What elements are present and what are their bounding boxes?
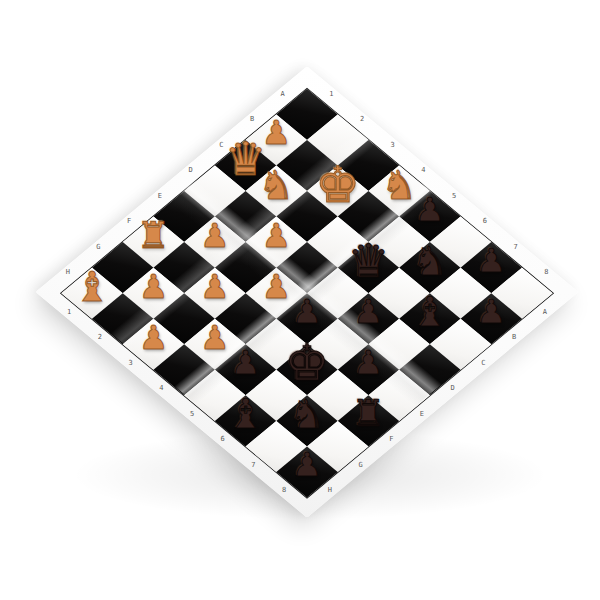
label-rank-8-sw: 8 [278,485,290,495]
black-king-f6[interactable]: ♚ [286,341,329,384]
label-file-a-nw: A [277,88,289,98]
black-pawn-a5[interactable]: ♟ [408,188,451,231]
square-b3[interactable]: ♚ [307,165,368,216]
black-pawn-e7[interactable]: ♟ [347,341,390,384]
label-file-a-se: A [539,306,551,316]
white-pawn-f3[interactable]: ♟ [193,265,236,308]
black-knight-b6[interactable]: ♞ [408,239,451,282]
black-pawn-b8[interactable]: ♟ [470,290,513,333]
white-pawn-h3[interactable]: ♟ [132,316,175,359]
white-king-b3[interactable]: ♚ [316,163,359,206]
label-file-c-se: C [478,357,490,367]
white-pawn-e2[interactable]: ♟ [193,214,236,257]
white-knight-c2[interactable]: ♞ [255,163,298,206]
label-file-f-se: F [386,434,398,444]
black-pawn-d6[interactable]: ♟ [347,290,390,333]
black-bishop-h6[interactable]: ♝ [224,392,267,435]
label-file-g-se: G [355,460,367,470]
white-rook-f1[interactable]: ♜ [132,214,175,257]
white-pawn-d3[interactable]: ♟ [255,214,298,257]
label-rank-2-ne: 2 [356,114,368,124]
black-pawn-a7[interactable]: ♟ [470,239,513,282]
label-rank-6-ne: 6 [478,216,490,226]
photo-stage: ♞♟♟♟♚♞♟♛♞♛♝♟♟♟♟♟♟♜♟♚♜♟♟♟♞♝♟♝♟ 11AA22BB33… [0,0,600,600]
label-rank-3-sw: 3 [124,357,136,367]
black-rook-f8[interactable]: ♜ [347,392,390,435]
white-pawn-g2[interactable]: ♟ [132,265,175,308]
vinyl-chess-mat: ♞♟♟♟♚♞♟♛♞♛♝♟♟♟♟♟♟♜♟♚♜♟♟♟♞♝♟♝♟ 11AA22BB33… [36,66,579,517]
label-file-d-nw: D [185,165,197,175]
black-queen-c5[interactable]: ♛ [347,239,390,282]
label-file-h-se: H [324,485,336,495]
label-file-e-se: E [416,408,428,418]
black-pawn-e5[interactable]: ♟ [286,290,329,333]
black-bishop-c7[interactable]: ♝ [408,290,451,333]
label-rank-8-ne: 8 [540,267,552,277]
label-rank-3-ne: 3 [386,139,398,149]
label-file-d-se: D [447,383,459,393]
black-pawn-g5[interactable]: ♟ [224,341,267,384]
label-rank-4-sw: 4 [155,383,167,393]
white-bishop-h1[interactable]: ♝ [71,265,114,308]
label-rank-1-ne: 1 [325,88,337,98]
label-file-b-se: B [508,332,520,342]
square-f6[interactable]: ♚ [276,344,337,395]
board-grid: ♞♟♟♟♚♞♟♛♞♛♝♟♟♟♟♟♟♜♟♚♜♟♟♟♞♝♟♝♟ [60,88,554,499]
black-pawn-h8[interactable]: ♟ [286,443,329,486]
label-rank-2-sw: 2 [94,332,106,342]
label-file-e-nw: E [154,190,166,200]
black-knight-g7[interactable]: ♞ [286,392,329,435]
label-file-g-nw: G [93,242,105,252]
label-rank-5-sw: 5 [186,408,198,418]
label-rank-7-sw: 7 [247,460,259,470]
